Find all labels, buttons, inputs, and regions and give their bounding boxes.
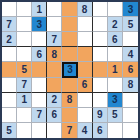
cell-r4-c7[interactable]	[93, 47, 108, 62]
cell-r1-c6[interactable]: 8	[78, 2, 93, 17]
cell-r5-c8[interactable]: 1	[108, 62, 123, 77]
cell-r9-c5[interactable]: 7	[62, 123, 77, 138]
cell-r7-c7[interactable]	[93, 93, 108, 108]
cell-r4-c9[interactable]: 4	[123, 47, 138, 62]
cell-r1-c2[interactable]	[17, 2, 32, 17]
cell-r4-c6[interactable]	[78, 47, 93, 62]
cell-r4-c4[interactable]: 8	[47, 47, 62, 62]
cell-r3-c7[interactable]	[93, 32, 108, 47]
cell-r7-c4[interactable]: 2	[47, 93, 62, 108]
cell-r3-c1[interactable]: 2	[2, 32, 17, 47]
cell-r1-c1[interactable]	[2, 2, 17, 17]
cell-r6-c4[interactable]	[47, 78, 62, 93]
cell-r8-c7[interactable]: 9	[93, 108, 108, 123]
cell-r2-c3[interactable]: 3	[32, 17, 47, 32]
cell-r5-c3[interactable]	[32, 62, 47, 77]
cell-r8-c2[interactable]	[17, 108, 32, 123]
cell-r5-c2[interactable]: 5	[17, 62, 32, 77]
cell-r3-c3[interactable]	[32, 32, 47, 47]
cell-r8-c6[interactable]	[78, 108, 93, 123]
cell-r6-c3[interactable]	[32, 78, 47, 93]
cell-r2-c9[interactable]: 5	[123, 17, 138, 32]
cell-r6-c5[interactable]	[62, 78, 77, 93]
cell-r3-c5[interactable]	[62, 32, 77, 47]
cell-r9-c3[interactable]	[32, 123, 47, 138]
cell-r6-c2[interactable]: 7	[17, 78, 32, 93]
cell-r8-c1[interactable]	[2, 108, 17, 123]
cell-r9-c1[interactable]: 5	[2, 123, 17, 138]
cell-r2-c2[interactable]	[17, 17, 32, 32]
cell-r7-c3[interactable]	[32, 93, 47, 108]
cell-r1-c3[interactable]: 1	[32, 2, 47, 17]
cell-r4-c8[interactable]	[108, 47, 123, 62]
cell-r1-c9[interactable]: 3	[123, 2, 138, 17]
cell-r8-c5[interactable]	[62, 108, 77, 123]
cell-r6-c1[interactable]	[2, 78, 17, 93]
cell-r1-c4[interactable]	[47, 2, 62, 17]
cell-r8-c3[interactable]: 7	[32, 108, 47, 123]
cell-r2-c8[interactable]: 2	[108, 17, 123, 32]
cell-r9-c4[interactable]	[47, 123, 62, 138]
cell-r3-c4[interactable]: 7	[47, 32, 62, 47]
cell-r3-c9[interactable]	[123, 32, 138, 47]
cell-r9-c8[interactable]	[108, 123, 123, 138]
cell-r6-c6[interactable]: 6	[78, 78, 93, 93]
cell-r8-c4[interactable]: 6	[47, 108, 62, 123]
cell-r4-c1[interactable]	[2, 47, 17, 62]
cell-r1-c5[interactable]	[62, 2, 77, 17]
cell-r2-c6[interactable]	[78, 17, 93, 32]
cell-r7-c9[interactable]	[123, 93, 138, 108]
cell-r4-c5[interactable]	[62, 47, 77, 62]
cell-r5-c9[interactable]: 6	[123, 62, 138, 77]
cell-r8-c8[interactable]: 5	[108, 108, 123, 123]
cell-r2-c4[interactable]	[47, 17, 62, 32]
cell-r7-c2[interactable]: 1	[17, 93, 32, 108]
cell-r1-c8[interactable]	[108, 2, 123, 17]
cell-r2-c7[interactable]	[93, 17, 108, 32]
cell-r9-c2[interactable]	[17, 123, 32, 138]
cell-r1-c7[interactable]	[93, 2, 108, 17]
cell-r4-c2[interactable]	[17, 47, 32, 62]
cell-r7-c6[interactable]	[78, 93, 93, 108]
cell-r9-c9[interactable]	[123, 123, 138, 138]
cell-r5-c4[interactable]	[47, 62, 62, 77]
cell-r5-c6[interactable]	[78, 62, 93, 77]
cell-r3-c8[interactable]: 6	[108, 32, 123, 47]
cell-r5-c1[interactable]	[2, 62, 17, 77]
cell-r9-c6[interactable]: 4	[78, 123, 93, 138]
cell-r7-c1[interactable]	[2, 93, 17, 108]
cell-r5-c7[interactable]	[93, 62, 108, 77]
cell-r6-c8[interactable]	[108, 78, 123, 93]
cell-r8-c9[interactable]	[123, 108, 138, 123]
cell-r5-c5[interactable]: 3	[62, 62, 77, 77]
cell-r6-c7[interactable]	[93, 78, 108, 93]
cell-r4-c3[interactable]: 6	[32, 47, 47, 62]
cell-r6-c9[interactable]: 8	[123, 78, 138, 93]
cell-r7-c8[interactable]: 3	[108, 93, 123, 108]
cell-r2-c5[interactable]	[62, 17, 77, 32]
cell-r9-c7[interactable]: 6	[93, 123, 108, 138]
cell-r7-c5[interactable]: 8	[62, 93, 77, 108]
cell-r3-c6[interactable]	[78, 32, 93, 47]
cell-r3-c2[interactable]	[17, 32, 32, 47]
cell-r2-c1[interactable]: 7	[2, 17, 17, 32]
sudoku-board: 18373252766845316768128376955746	[0, 0, 140, 140]
